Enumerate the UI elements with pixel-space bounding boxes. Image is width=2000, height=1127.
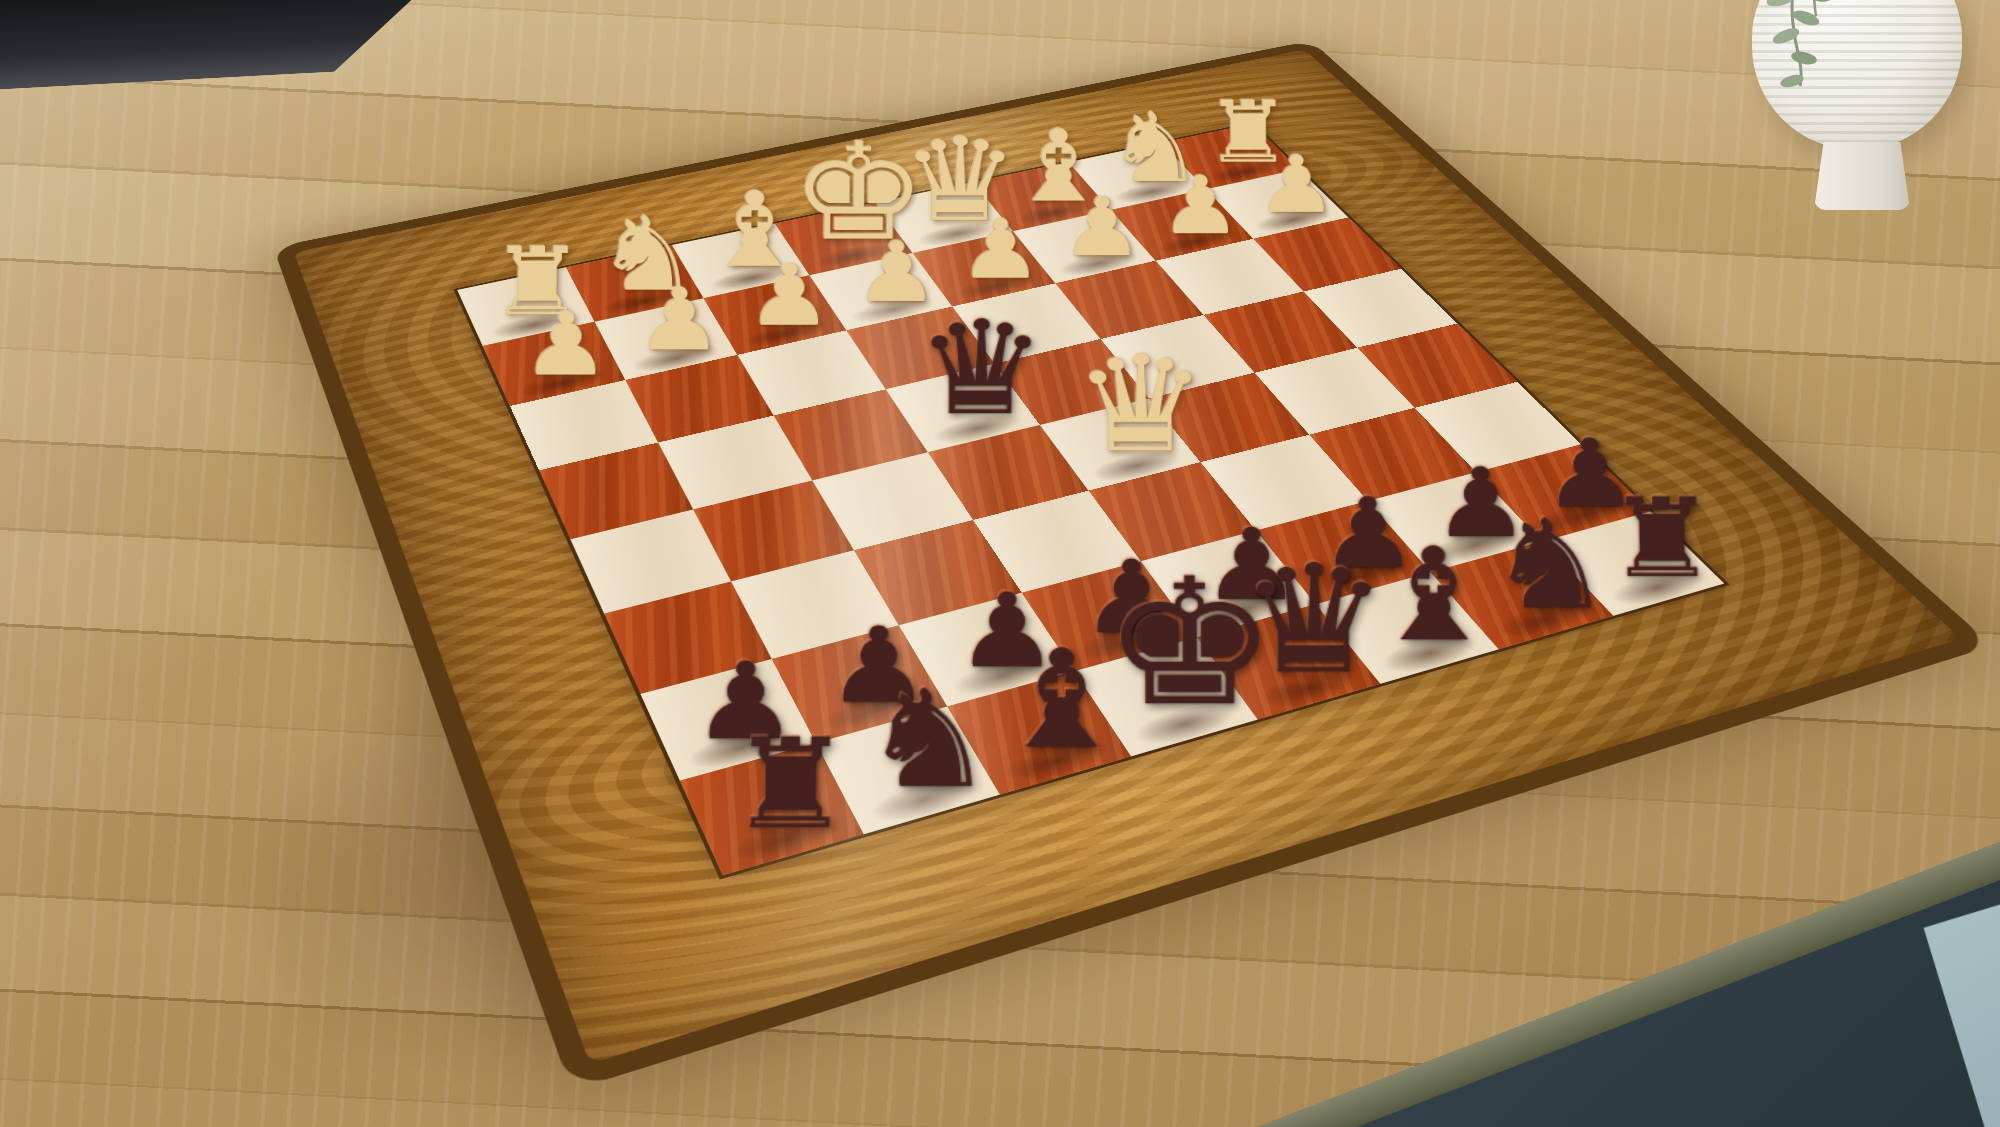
piece-white-pawn-h2[interactable]: ♟ (507, 301, 626, 388)
piece-white-pawn-b2[interactable]: ♟ (1147, 166, 1255, 246)
piece-white-pawn-g2[interactable]: ♟ (621, 277, 738, 363)
piece-white-pawn-a2[interactable]: ♟ (1243, 145, 1350, 224)
piece-black-knight-g8[interactable]: ♞ (856, 672, 1001, 807)
piece-white-pawn-d2[interactable]: ♟ (945, 208, 1056, 290)
trailing-plant-icon (1716, 0, 1876, 106)
piece-white-pawn-f2[interactable]: ♟ (732, 253, 847, 338)
planter-foot (1814, 142, 1910, 210)
piece-black-rook-h8[interactable]: ♜ (716, 722, 865, 847)
white-ribbed-planter (1742, 0, 1972, 232)
piece-white-pawn-c2[interactable]: ♟ (1047, 187, 1157, 268)
piece-black-knight-b8[interactable]: ♞ (1482, 503, 1617, 626)
piece-black-bishop-f8[interactable]: ♝ (990, 633, 1133, 768)
piece-black-queen-e4[interactable]: ♛ (920, 303, 1041, 433)
piece-white-queen-d5[interactable]: ♛ (1079, 338, 1202, 471)
photo-scene: ♜♞♝♚♛♝♞♜♟♟♟♟♟♟♟♟♛♛♟♟♟♟♟♟♟♟♜♞♝♚♛♝♞♜ (0, 0, 2000, 1127)
piece-black-king-e8[interactable]: ♚ (1120, 556, 1261, 731)
